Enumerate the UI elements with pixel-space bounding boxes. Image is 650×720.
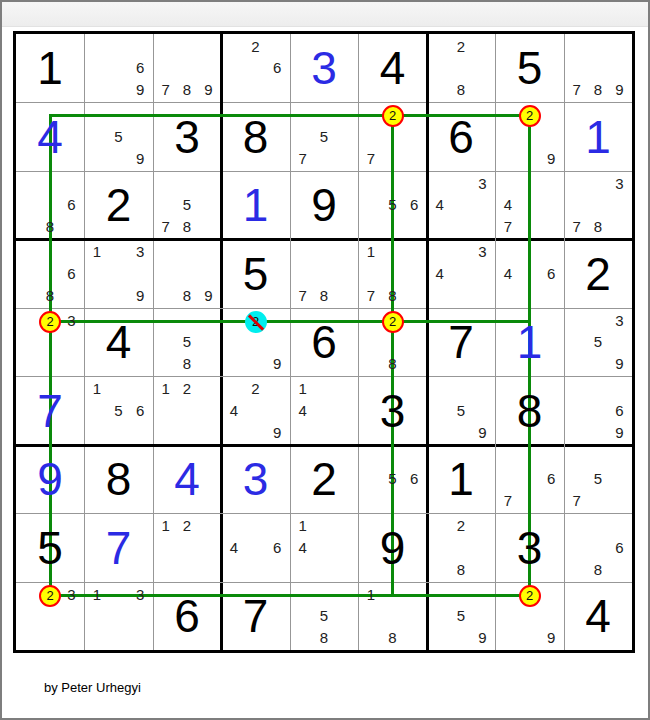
chain-node-circle: 2 (39, 585, 61, 607)
chain-node-digit: 2 (46, 314, 53, 329)
chain-node-circle: 2 (519, 585, 541, 607)
chain-node-circle: 2 (382, 105, 404, 127)
chain-node-circle: 2 (519, 105, 541, 127)
screenshot-root: 1697892634285789459385727629168257819563… (0, 0, 650, 720)
chain-node-digit: 2 (526, 588, 533, 603)
author-caption: by Peter Urhegyi (44, 680, 141, 695)
chain-node-digit: 2 (526, 108, 533, 123)
chain-node-digit: 2 (389, 108, 396, 123)
window-titlebar (2, 2, 648, 27)
chain-node-digit: 2 (46, 588, 53, 603)
elimination-node: 2 (245, 311, 267, 333)
chain-nodes-layer: 2222222 (16, 34, 632, 650)
sudoku-board: 1697892634285789459385727629168257819563… (13, 31, 635, 653)
chain-node-digit: 2 (389, 314, 396, 329)
chain-node-circle: 2 (382, 311, 404, 333)
chain-node-circle: 2 (39, 311, 61, 333)
